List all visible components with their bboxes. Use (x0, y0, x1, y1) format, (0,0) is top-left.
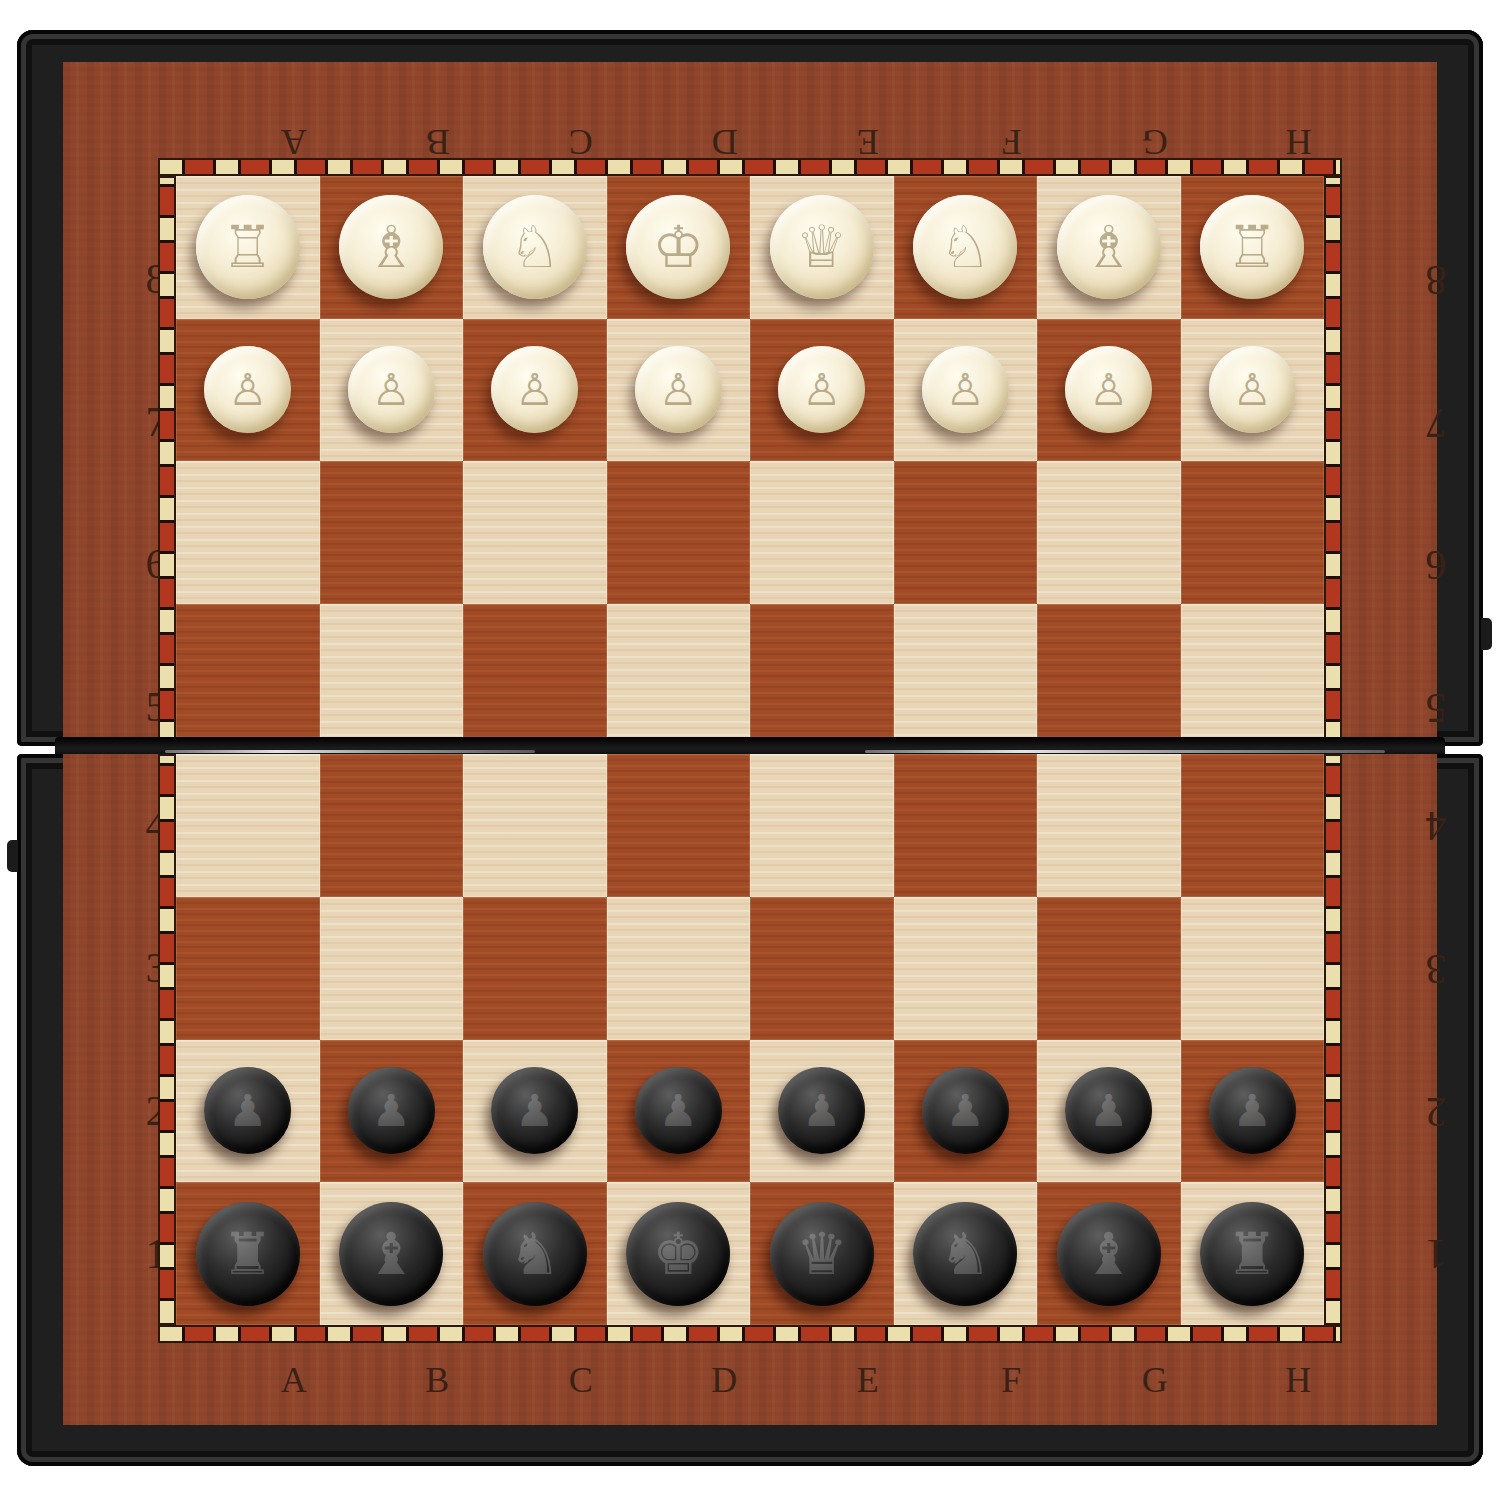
white-pawn-h7: ♙ (1209, 346, 1296, 433)
white-rook-a8: ♖ (196, 195, 300, 299)
white-king-d8: ♔ (626, 195, 730, 299)
white-king-glyph: ♔ (652, 218, 704, 276)
black-rook-h1: ♜ (1200, 1202, 1304, 1306)
white-knight-glyph: ♘ (509, 218, 561, 276)
black-king-d1: ♚ (626, 1202, 730, 1306)
square-h2: ♟ (1181, 1040, 1325, 1183)
black-king-glyph: ♚ (652, 1225, 704, 1283)
square-a3 (176, 897, 320, 1040)
square-h4 (1181, 754, 1325, 897)
square-d7: ♙ (607, 319, 751, 462)
chess-set-photo: ABCDEFGH 8765 8765 ♖♗♘♔♕♘♗♖♙♙♙♙♙♙♙♙ ABCD… (0, 0, 1500, 1500)
board-top-half: ABCDEFGH 8765 8765 ♖♗♘♔♕♘♗♖♙♙♙♙♙♙♙♙ (17, 30, 1483, 746)
black-rook-a1: ♜ (196, 1202, 300, 1306)
rank-label-3: 3 (1401, 897, 1471, 1040)
square-e5 (750, 604, 894, 747)
square-b6 (320, 461, 464, 604)
square-d2: ♟ (607, 1040, 751, 1183)
square-c1: ♞ (463, 1182, 607, 1325)
black-pawn-glyph: ♟ (228, 1089, 267, 1133)
black-queen-e1: ♛ (770, 1202, 874, 1306)
black-pawn-glyph: ♟ (1233, 1089, 1272, 1133)
white-knight-c8: ♘ (483, 195, 587, 299)
square-g8: ♗ (1037, 176, 1181, 319)
square-f3 (894, 897, 1038, 1040)
square-g6 (1037, 461, 1181, 604)
square-c3 (463, 897, 607, 1040)
square-h7: ♙ (1181, 319, 1325, 462)
hinge-pin-left (165, 750, 535, 753)
white-pawn-glyph: ♙ (515, 368, 554, 412)
white-bishop-g8: ♗ (1057, 195, 1161, 299)
black-pawn-h2: ♟ (1209, 1067, 1296, 1154)
square-b8: ♗ (320, 176, 464, 319)
square-b7: ♙ (320, 319, 464, 462)
square-f7: ♙ (894, 319, 1038, 462)
black-queen-glyph: ♛ (796, 1225, 848, 1283)
black-pawn-d2: ♟ (635, 1067, 722, 1154)
square-h3 (1181, 897, 1325, 1040)
square-e6 (750, 461, 894, 604)
black-pawn-b2: ♟ (348, 1067, 435, 1154)
white-pawn-glyph: ♙ (228, 368, 267, 412)
white-queen-glyph: ♕ (796, 218, 848, 276)
square-g4 (1037, 754, 1181, 897)
black-pawn-e2: ♟ (778, 1067, 865, 1154)
white-knight-glyph: ♘ (939, 218, 991, 276)
square-g5 (1037, 604, 1181, 747)
square-c7: ♙ (463, 319, 607, 462)
clasp-tab-right (1481, 618, 1492, 650)
white-knight-f8: ♘ (913, 195, 1017, 299)
file-label-f: F (940, 1352, 1084, 1408)
square-f5 (894, 604, 1038, 747)
rank-labels-right-lower: 4321 (1401, 754, 1471, 1325)
playing-field-top: ♖♗♘♔♕♘♗♖♙♙♙♙♙♙♙♙ (158, 158, 1342, 746)
white-rook-glyph: ♖ (222, 218, 274, 276)
white-queen-e8: ♕ (770, 195, 874, 299)
black-bishop-b1: ♝ (339, 1202, 443, 1306)
black-bishop-glyph: ♝ (1083, 1225, 1135, 1283)
square-e3 (750, 897, 894, 1040)
playing-field-bottom: ♟♟♟♟♟♟♟♟♜♝♞♚♛♞♝♜ (158, 754, 1342, 1343)
black-bishop-g1: ♝ (1057, 1202, 1161, 1306)
inlay-strip-bottom (158, 1325, 1342, 1343)
black-rook-glyph: ♜ (222, 1225, 274, 1283)
white-rook-h8: ♖ (1200, 195, 1304, 299)
black-rook-glyph: ♜ (1226, 1225, 1278, 1283)
square-f8: ♘ (894, 176, 1038, 319)
black-bishop-glyph: ♝ (365, 1225, 417, 1283)
square-a6 (176, 461, 320, 604)
square-e8: ♕ (750, 176, 894, 319)
square-h1: ♜ (1181, 1182, 1325, 1325)
black-pawn-glyph: ♟ (659, 1089, 698, 1133)
board-ranks-8-to-5: ♖♗♘♔♕♘♗♖♙♙♙♙♙♙♙♙ (176, 176, 1324, 746)
black-pawn-glyph: ♟ (515, 1089, 554, 1133)
file-label-d: D (653, 1352, 797, 1408)
inlay-strip-left-upper (158, 176, 176, 746)
white-pawn-glyph: ♙ (659, 368, 698, 412)
inlay-strip-right-lower (1324, 754, 1342, 1325)
square-b1: ♝ (320, 1182, 464, 1325)
black-pawn-glyph: ♟ (372, 1089, 411, 1133)
square-g1: ♝ (1037, 1182, 1181, 1325)
clasp-tab-left (7, 840, 18, 872)
square-h5 (1181, 604, 1325, 747)
square-c6 (463, 461, 607, 604)
white-pawn-glyph: ♙ (1233, 368, 1272, 412)
black-pawn-glyph: ♟ (1089, 1089, 1128, 1133)
square-d6 (607, 461, 751, 604)
inlay-strip-left-lower (158, 754, 176, 1325)
white-bishop-b8: ♗ (339, 195, 443, 299)
square-a8: ♖ (176, 176, 320, 319)
square-g3 (1037, 897, 1181, 1040)
square-b4 (320, 754, 464, 897)
white-pawn-c7: ♙ (491, 346, 578, 433)
square-a7: ♙ (176, 319, 320, 462)
black-pawn-c2: ♟ (491, 1067, 578, 1154)
black-knight-c1: ♞ (483, 1202, 587, 1306)
white-pawn-glyph: ♙ (802, 368, 841, 412)
square-a5 (176, 604, 320, 747)
white-pawn-d7: ♙ (635, 346, 722, 433)
rank-label-1: 1 (1401, 1182, 1471, 1325)
square-g7: ♙ (1037, 319, 1181, 462)
square-a1: ♜ (176, 1182, 320, 1325)
white-pawn-glyph: ♙ (372, 368, 411, 412)
rank-label-6: 6 (1401, 493, 1471, 636)
square-f1: ♞ (894, 1182, 1038, 1325)
hinge-pin-right (865, 750, 1385, 753)
square-d8: ♔ (607, 176, 751, 319)
square-d3 (607, 897, 751, 1040)
white-pawn-glyph: ♙ (1089, 368, 1128, 412)
black-knight-glyph: ♞ (939, 1225, 991, 1283)
square-e1: ♛ (750, 1182, 894, 1325)
square-d1: ♚ (607, 1182, 751, 1325)
board-bottom-half: ABCDEFGH 4321 4321 ♟♟♟♟♟♟♟♟♜♝♞♚♛♞♝♜ (17, 754, 1483, 1466)
rank-label-2: 2 (1401, 1040, 1471, 1183)
file-labels-bottom: ABCDEFGH (222, 1352, 1370, 1408)
white-rook-glyph: ♖ (1226, 218, 1278, 276)
inlay-strip-top (158, 158, 1342, 176)
black-pawn-glyph: ♟ (946, 1089, 985, 1133)
rank-labels-right-upper: 8765 (1401, 208, 1471, 778)
board-ranks-4-to-1: ♟♟♟♟♟♟♟♟♜♝♞♚♛♞♝♜ (176, 754, 1324, 1325)
square-b5 (320, 604, 464, 747)
black-knight-f1: ♞ (913, 1202, 1017, 1306)
square-a2: ♟ (176, 1040, 320, 1183)
square-h6 (1181, 461, 1325, 604)
rank-label-8: 8 (1401, 208, 1471, 351)
black-pawn-glyph: ♟ (802, 1089, 841, 1133)
black-pawn-a2: ♟ (204, 1067, 291, 1154)
square-f6 (894, 461, 1038, 604)
white-pawn-e7: ♙ (778, 346, 865, 433)
white-pawn-a7: ♙ (204, 346, 291, 433)
square-e7: ♙ (750, 319, 894, 462)
square-c2: ♟ (463, 1040, 607, 1183)
file-label-e: E (796, 1352, 940, 1408)
white-pawn-g7: ♙ (1065, 346, 1152, 433)
file-label-g: G (1083, 1352, 1227, 1408)
square-c5 (463, 604, 607, 747)
square-b3 (320, 897, 464, 1040)
black-pawn-f2: ♟ (922, 1067, 1009, 1154)
file-label-c: C (509, 1352, 653, 1408)
square-h8: ♖ (1181, 176, 1325, 319)
square-e2: ♟ (750, 1040, 894, 1183)
square-c4 (463, 754, 607, 897)
black-knight-glyph: ♞ (509, 1225, 561, 1283)
rank-label-4: 4 (1401, 754, 1471, 897)
white-bishop-glyph: ♗ (365, 218, 417, 276)
square-a4 (176, 754, 320, 897)
square-d5 (607, 604, 751, 747)
square-e4 (750, 754, 894, 897)
black-pawn-g2: ♟ (1065, 1067, 1152, 1154)
square-g2: ♟ (1037, 1040, 1181, 1183)
white-pawn-f7: ♙ (922, 346, 1009, 433)
white-bishop-glyph: ♗ (1083, 218, 1135, 276)
square-f2: ♟ (894, 1040, 1038, 1183)
white-pawn-glyph: ♙ (946, 368, 985, 412)
rank-label-7: 7 (1401, 351, 1471, 494)
square-c8: ♘ (463, 176, 607, 319)
white-pawn-b7: ♙ (348, 346, 435, 433)
inlay-strip-right-upper (1324, 176, 1342, 746)
file-label-h: H (1227, 1352, 1371, 1408)
file-label-a: A (222, 1352, 366, 1408)
square-b2: ♟ (320, 1040, 464, 1183)
file-label-b: B (366, 1352, 510, 1408)
square-f4 (894, 754, 1038, 897)
square-d4 (607, 754, 751, 897)
